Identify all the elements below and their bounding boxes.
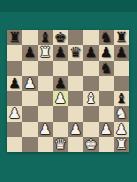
square-e7[interactable]: ♛: [68, 45, 83, 60]
square-c2[interactable]: ♟: [38, 122, 53, 137]
square-g7[interactable]: ♟: [99, 45, 114, 60]
square-f7[interactable]: ♟: [83, 45, 98, 60]
piece-black-pawn[interactable]: ♟: [8, 76, 21, 91]
square-a7[interactable]: [7, 45, 22, 60]
piece-white-bishop[interactable]: ♝: [85, 91, 98, 106]
square-h3[interactable]: ♞: [114, 106, 129, 121]
square-e1[interactable]: [68, 137, 83, 152]
square-h5[interactable]: [114, 76, 129, 91]
square-d3[interactable]: [53, 106, 68, 121]
square-f5[interactable]: [83, 76, 98, 91]
square-a8[interactable]: ♜: [7, 30, 22, 45]
piece-white-king[interactable]: ♚: [85, 137, 98, 152]
square-b6[interactable]: [22, 61, 37, 76]
piece-black-pawn[interactable]: ♟: [24, 45, 37, 60]
square-g6[interactable]: ♞: [99, 61, 114, 76]
piece-black-rook[interactable]: ♜: [115, 30, 128, 45]
square-d7[interactable]: ♟: [53, 45, 68, 60]
piece-white-pawn[interactable]: ♟: [69, 122, 82, 137]
piece-white-queen[interactable]: ♛: [54, 137, 67, 152]
square-b8[interactable]: [22, 30, 37, 45]
piece-black-king[interactable]: ♚: [54, 30, 67, 45]
piece-white-pawn[interactable]: ♟: [39, 122, 52, 137]
square-f4[interactable]: ♝: [83, 91, 98, 106]
square-c6[interactable]: [38, 61, 53, 76]
square-a4[interactable]: [7, 91, 22, 106]
square-g1[interactable]: [99, 137, 114, 152]
square-e5[interactable]: [68, 76, 83, 91]
piece-black-knight[interactable]: ♞: [100, 61, 113, 76]
piece-black-pawn[interactable]: ♟: [85, 45, 98, 60]
square-e6[interactable]: [68, 61, 83, 76]
piece-white-pawn[interactable]: ♟: [54, 91, 67, 106]
piece-black-bishop[interactable]: ♝: [115, 91, 128, 106]
square-d8[interactable]: ♚: [53, 30, 68, 45]
square-e4[interactable]: [68, 91, 83, 106]
square-g3[interactable]: [99, 106, 114, 121]
square-f8[interactable]: [83, 30, 98, 45]
square-g5[interactable]: [99, 76, 114, 91]
piece-black-pawn[interactable]: ♟: [115, 45, 128, 60]
piece-black-knight[interactable]: ♞: [100, 30, 113, 45]
piece-black-pawn[interactable]: ♟: [54, 76, 67, 91]
square-d2[interactable]: [53, 122, 68, 137]
piece-black-pawn[interactable]: ♟: [100, 45, 113, 60]
square-d1[interactable]: ♛: [53, 137, 68, 152]
piece-white-pawn[interactable]: ♟: [8, 106, 21, 121]
square-g8[interactable]: ♞: [99, 30, 114, 45]
piece-black-pawn[interactable]: ♟: [54, 45, 67, 60]
square-h1[interactable]: ♜: [114, 137, 129, 152]
square-f3[interactable]: [83, 106, 98, 121]
piece-black-rook[interactable]: ♜: [8, 30, 21, 45]
piece-white-knight[interactable]: ♞: [115, 106, 128, 121]
square-c3[interactable]: [38, 106, 53, 121]
square-e3[interactable]: [68, 106, 83, 121]
square-a3[interactable]: ♟: [7, 106, 22, 121]
square-b7[interactable]: ♟: [22, 45, 37, 60]
square-c7[interactable]: ♜: [38, 45, 53, 60]
square-f6[interactable]: [83, 61, 98, 76]
square-c8[interactable]: ♝: [38, 30, 53, 45]
square-b5[interactable]: ♟: [22, 76, 37, 91]
square-g2[interactable]: ♟: [99, 122, 114, 137]
chess-board: ♜♝♚♞♜♟♜♟♛♟♟♟♞♟♟♟♟♝♝♟♞♟♟♟♟♛♚♜: [7, 30, 129, 152]
square-d6[interactable]: [53, 61, 68, 76]
square-b3[interactable]: [22, 106, 37, 121]
square-a6[interactable]: [7, 61, 22, 76]
square-f2[interactable]: [83, 122, 98, 137]
square-h4[interactable]: ♝: [114, 91, 129, 106]
square-h8[interactable]: ♜: [114, 30, 129, 45]
square-a5[interactable]: ♟: [7, 76, 22, 91]
piece-white-pawn[interactable]: ♟: [100, 122, 113, 137]
status-bar-shadow: [0, 0, 137, 12]
square-a1[interactable]: [7, 137, 22, 152]
piece-white-pawn[interactable]: ♟: [24, 76, 37, 91]
square-d5[interactable]: ♟: [53, 76, 68, 91]
square-e2[interactable]: ♟: [68, 122, 83, 137]
square-b2[interactable]: [22, 122, 37, 137]
square-d4[interactable]: ♟: [53, 91, 68, 106]
square-c4[interactable]: [38, 91, 53, 106]
piece-black-queen[interactable]: ♛: [69, 45, 82, 60]
square-c1[interactable]: [38, 137, 53, 152]
square-h2[interactable]: ♟: [114, 122, 129, 137]
square-h7[interactable]: ♟: [114, 45, 129, 60]
square-a2[interactable]: [7, 122, 22, 137]
square-b1[interactable]: [22, 137, 37, 152]
piece-white-rook[interactable]: ♜: [115, 137, 128, 152]
square-b4[interactable]: [22, 91, 37, 106]
square-f1[interactable]: ♚: [83, 137, 98, 152]
piece-white-pawn[interactable]: ♟: [115, 122, 128, 137]
square-c5[interactable]: [38, 76, 53, 91]
piece-white-rook[interactable]: ♜: [39, 45, 52, 60]
square-e8[interactable]: [68, 30, 83, 45]
piece-black-bishop[interactable]: ♝: [39, 30, 52, 45]
square-g4[interactable]: [99, 91, 114, 106]
square-h6[interactable]: [114, 61, 129, 76]
